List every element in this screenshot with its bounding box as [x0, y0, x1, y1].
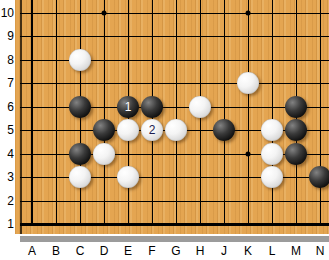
- grid-line-col-J: [224, 0, 225, 225]
- black-stone-F6[interactable]: [141, 96, 163, 118]
- row-label-7: 7: [0, 76, 14, 90]
- row-label-9: 9: [0, 29, 14, 43]
- black-stone-M5[interactable]: [285, 119, 307, 141]
- white-stone-C3[interactable]: [69, 166, 91, 188]
- white-stone-G5[interactable]: [165, 119, 187, 141]
- col-label-B: B: [47, 244, 65, 258]
- star-point-K10: [246, 10, 251, 15]
- black-stone-J5[interactable]: [213, 119, 235, 141]
- grid-line-col-D: [104, 0, 105, 225]
- row-label-8: 8: [0, 53, 14, 67]
- grid-line-row-9: [20, 36, 329, 37]
- grid-line-col-G: [176, 0, 177, 225]
- black-stone-D5[interactable]: [93, 119, 115, 141]
- white-stone-L5[interactable]: [261, 119, 283, 141]
- row-label-1: 1: [0, 217, 14, 231]
- row-label-10: 10: [0, 6, 14, 20]
- grid-line-row-2: [20, 201, 329, 202]
- col-label-D: D: [95, 244, 113, 258]
- white-stone-D4[interactable]: [93, 143, 115, 165]
- grid-line-row-7: [20, 83, 329, 84]
- white-stone-H6[interactable]: [189, 96, 211, 118]
- grid-line-row-8: [20, 60, 329, 61]
- white-stone-L4[interactable]: [261, 143, 283, 165]
- white-stone-F5[interactable]: 2: [141, 119, 163, 141]
- star-point-K4: [246, 151, 251, 156]
- board-drop-shadow: [20, 236, 329, 242]
- row-label-4: 4: [0, 147, 14, 161]
- col-label-M: M: [287, 244, 305, 258]
- grid-line-row-1: [20, 223, 329, 226]
- grid-line-row-6: [20, 107, 329, 108]
- col-label-G: G: [167, 244, 185, 258]
- grid-line-col-N: [320, 0, 321, 225]
- col-label-L: L: [263, 244, 281, 258]
- grid-line-col-B: [56, 0, 57, 225]
- black-stone-M6[interactable]: [285, 96, 307, 118]
- col-label-J: J: [215, 244, 233, 258]
- black-stone-N3[interactable]: [309, 166, 329, 188]
- move-number-1: 1: [125, 101, 132, 113]
- black-stone-E6[interactable]: 1: [117, 96, 139, 118]
- white-stone-C8[interactable]: [69, 49, 91, 71]
- white-stone-K7[interactable]: [237, 72, 259, 94]
- black-stone-C6[interactable]: [69, 96, 91, 118]
- black-stone-C4[interactable]: [69, 143, 91, 165]
- col-label-A: A: [23, 244, 41, 258]
- grid-line-row-10: [20, 13, 329, 14]
- move-number-2: 2: [149, 124, 156, 136]
- row-label-2: 2: [0, 194, 14, 208]
- col-label-K: K: [239, 244, 257, 258]
- grid-line-col-L: [272, 0, 273, 225]
- grid-line-col-A: [31, 0, 33, 225]
- black-stone-M4[interactable]: [285, 143, 307, 165]
- white-stone-L3[interactable]: [261, 166, 283, 188]
- white-stone-E3[interactable]: [117, 166, 139, 188]
- col-label-E: E: [119, 244, 137, 258]
- row-label-3: 3: [0, 170, 14, 184]
- go-diagram: 12 10987654321ABCDEFGHJKLMN: [0, 0, 329, 260]
- grid-line-col-K: [248, 0, 249, 225]
- star-point-D10: [102, 10, 107, 15]
- col-label-F: F: [143, 244, 161, 258]
- white-stone-E5[interactable]: [117, 119, 139, 141]
- row-label-6: 6: [0, 100, 14, 114]
- col-label-N: N: [311, 244, 329, 258]
- row-label-5: 5: [0, 123, 14, 137]
- col-label-H: H: [191, 244, 209, 258]
- col-label-C: C: [71, 244, 89, 258]
